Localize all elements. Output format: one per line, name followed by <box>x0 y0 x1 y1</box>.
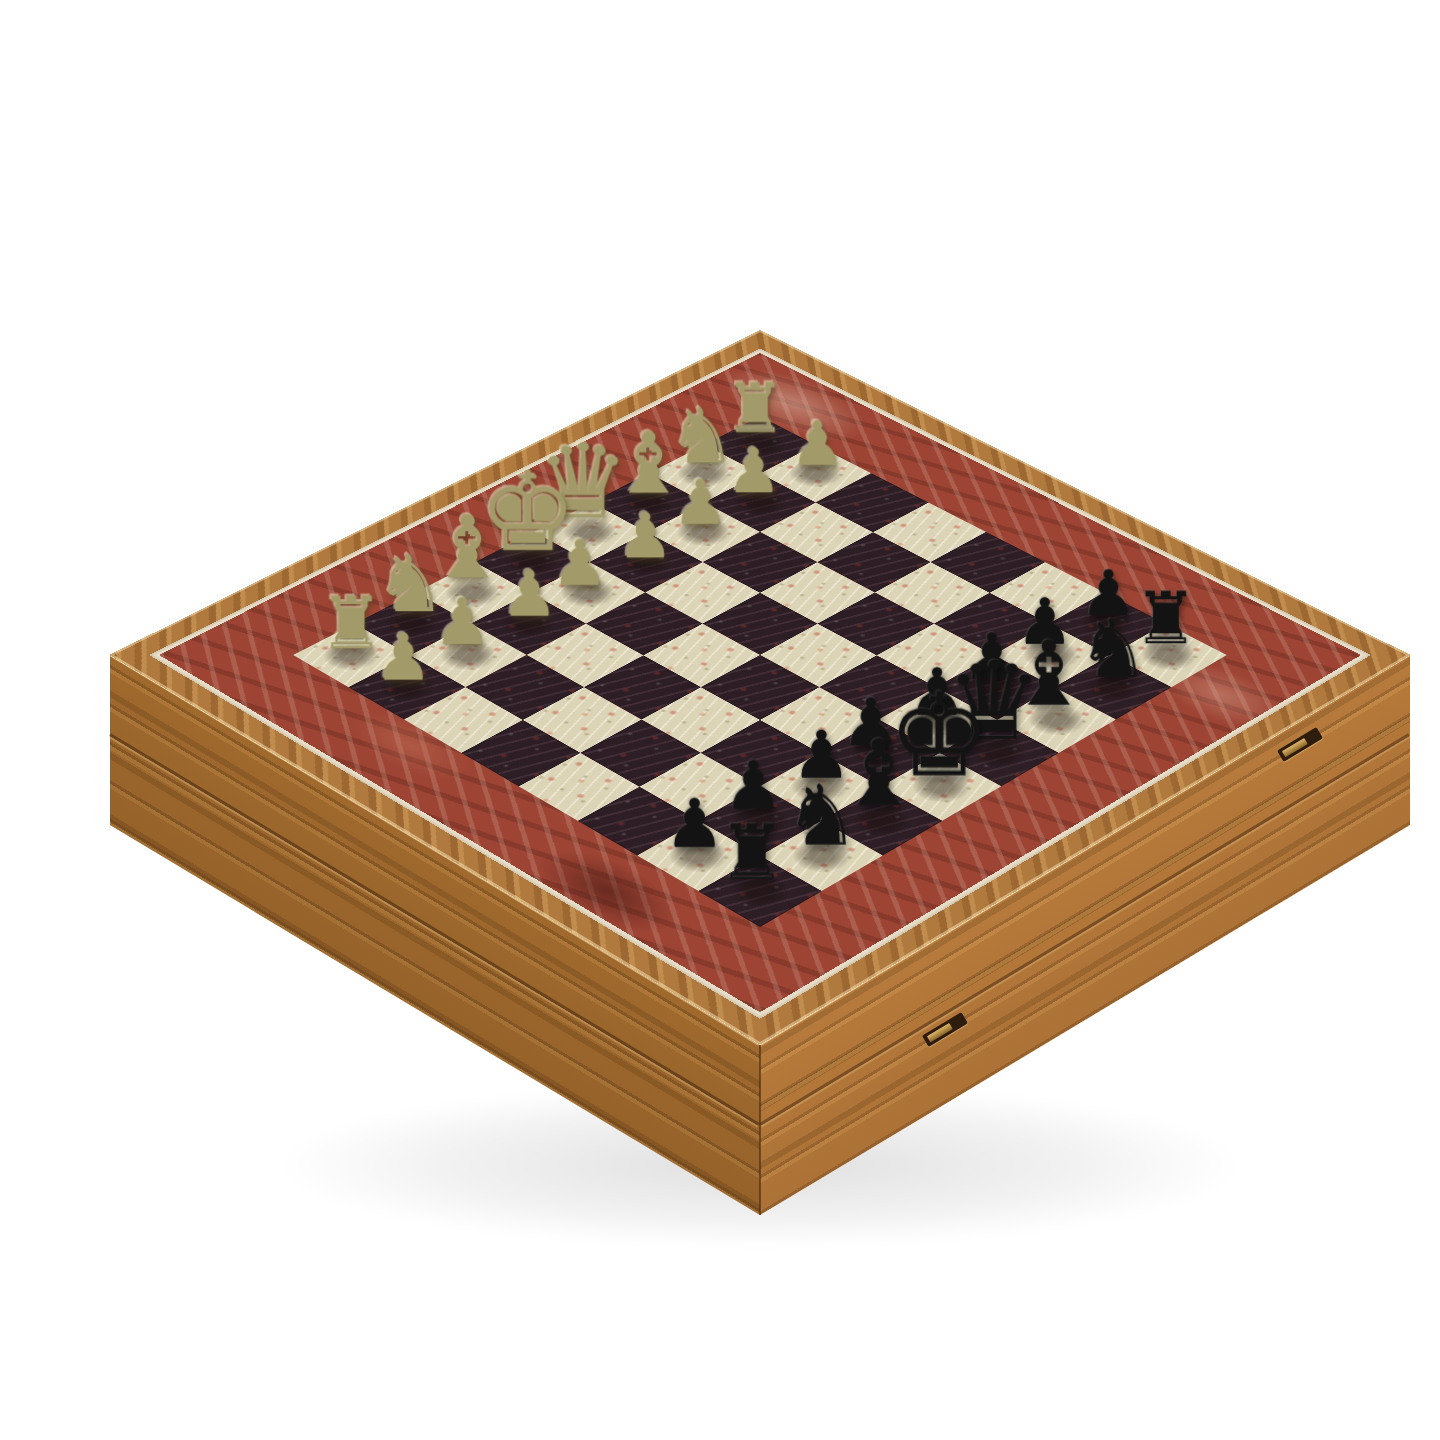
chess-board: ♜♟♟♜♞♟♟♞♝♟♟♝♛♟♟♛♚♟♟♚♝♟♟♝♞♟♟♞♜♟♟♜ <box>293 416 1226 927</box>
marble-border: ♜♟♟♜♞♟♟♞♝♟♟♝♛♟♟♛♚♟♟♚♝♟♟♝♞♟♟♞♜♟♟♜ <box>159 353 1361 1012</box>
square-f3[interactable] <box>527 623 644 687</box>
board-scene: ♜♟♟♜♞♟♟♞♝♟♟♝♛♟♟♛♚♟♟♚♝♟♟♝♞♟♟♞♜♟♟♜ <box>0 0 1440 1440</box>
square-h2[interactable]: ♟ <box>348 655 466 720</box>
product-photo: ♜♟♟♜♞♟♟♞♝♟♟♝♛♟♟♛♚♟♟♚♝♟♟♝♞♟♟♞♜♟♟♜ <box>0 0 1440 1440</box>
board-wood-rim: ♜♟♟♜♞♟♟♞♝♟♟♝♛♟♟♛♚♟♟♚♝♟♟♝♞♟♟♞♜♟♟♜ <box>109 330 1410 1045</box>
black-rook[interactable]: ♜ <box>678 814 826 890</box>
white-pawn[interactable]: ♟ <box>333 624 474 689</box>
square-h8[interactable]: ♜ <box>698 855 822 926</box>
stone-edging: ♜♟♟♜♞♟♟♞♝♟♟♝♛♟♟♛♚♟♟♚♝♟♟♝♞♟♟♞♜♟♟♜ <box>149 348 1371 1018</box>
